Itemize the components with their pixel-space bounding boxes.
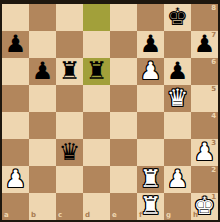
rank-coordinate-2: 2 (211, 167, 216, 174)
square-d3[interactable] (83, 139, 110, 166)
square-b4[interactable] (29, 112, 56, 139)
black-pawn[interactable]: ♟ (2, 31, 29, 58)
square-g7[interactable] (164, 31, 191, 58)
square-d7[interactable] (83, 31, 110, 58)
square-c5[interactable] (56, 85, 83, 112)
black-rook[interactable]: ♜ (56, 58, 83, 85)
square-c8[interactable] (56, 4, 83, 31)
square-f4[interactable] (137, 112, 164, 139)
white-pawn[interactable]: ♟ (164, 166, 191, 193)
file-coordinate-g: g (166, 212, 171, 219)
black-king[interactable]: ♚ (164, 4, 191, 31)
black-pawn[interactable]: ♟ (29, 58, 56, 85)
square-c7[interactable] (56, 31, 83, 58)
file-coordinate-h: h (193, 212, 198, 219)
square-c1[interactable]: c (56, 193, 83, 220)
file-coordinate-f: f (139, 212, 142, 219)
square-g4[interactable] (164, 112, 191, 139)
file-coordinate-e: e (112, 212, 117, 219)
square-h5[interactable]: 5 (191, 85, 218, 112)
square-e2[interactable] (110, 166, 137, 193)
square-h3[interactable]: ♟3 (191, 139, 218, 166)
square-b3[interactable] (29, 139, 56, 166)
square-e4[interactable] (110, 112, 137, 139)
square-b6[interactable]: ♟ (29, 58, 56, 85)
white-pawn[interactable]: ♟ (137, 58, 164, 85)
white-pawn[interactable]: ♟ (2, 166, 29, 193)
square-g1[interactable]: g (164, 193, 191, 220)
file-coordinate-c: c (58, 212, 62, 219)
black-pawn[interactable]: ♟ (137, 31, 164, 58)
square-a1[interactable]: a (2, 193, 29, 220)
square-f8[interactable] (137, 4, 164, 31)
square-f2[interactable]: ♜ (137, 166, 164, 193)
square-a2[interactable]: ♟ (2, 166, 29, 193)
square-c6[interactable]: ♜ (56, 58, 83, 85)
file-coordinate-b: b (31, 212, 36, 219)
square-g3[interactable] (164, 139, 191, 166)
square-g5[interactable]: ♛ (164, 85, 191, 112)
square-f6[interactable]: ♟ (137, 58, 164, 85)
square-d5[interactable] (83, 85, 110, 112)
square-c4[interactable] (56, 112, 83, 139)
square-b1[interactable]: b (29, 193, 56, 220)
square-c3[interactable]: ♛ (56, 139, 83, 166)
square-a3[interactable] (2, 139, 29, 166)
black-queen[interactable]: ♛ (56, 139, 83, 166)
square-h1[interactable]: ♚h1 (191, 193, 218, 220)
square-d1[interactable]: d (83, 193, 110, 220)
square-g8[interactable]: ♚ (164, 4, 191, 31)
rank-coordinate-4: 4 (211, 113, 216, 120)
square-d8[interactable] (83, 4, 110, 31)
white-rook[interactable]: ♜ (137, 166, 164, 193)
rank-coordinate-5: 5 (211, 86, 216, 93)
square-e6[interactable] (110, 58, 137, 85)
square-c2[interactable] (56, 166, 83, 193)
square-e3[interactable] (110, 139, 137, 166)
square-h7[interactable]: ♟7 (191, 31, 218, 58)
square-h2[interactable]: 2 (191, 166, 218, 193)
square-h8[interactable]: 8 (191, 4, 218, 31)
square-g2[interactable]: ♟ (164, 166, 191, 193)
square-d6[interactable]: ♜ (83, 58, 110, 85)
rank-coordinate-7: 7 (211, 32, 216, 39)
square-a8[interactable] (2, 4, 29, 31)
square-f3[interactable] (137, 139, 164, 166)
square-e8[interactable] (110, 4, 137, 31)
rank-coordinate-6: 6 (211, 59, 216, 66)
square-h4[interactable]: 4 (191, 112, 218, 139)
black-pawn[interactable]: ♟ (164, 58, 191, 85)
square-h6[interactable]: 6 (191, 58, 218, 85)
square-d2[interactable] (83, 166, 110, 193)
square-a5[interactable] (2, 85, 29, 112)
square-b2[interactable] (29, 166, 56, 193)
chess-board: ♚8♟♟♟7♟♜♜♟♟6♛54♛♟3♟♜♟2abcde♜fg♚h1 (2, 4, 218, 220)
square-a4[interactable] (2, 112, 29, 139)
square-e5[interactable] (110, 85, 137, 112)
file-coordinate-d: d (85, 212, 90, 219)
square-d4[interactable] (83, 112, 110, 139)
square-g6[interactable]: ♟ (164, 58, 191, 85)
black-rook[interactable]: ♜ (83, 58, 110, 85)
square-b8[interactable] (29, 4, 56, 31)
square-f1[interactable]: ♜f (137, 193, 164, 220)
square-e1[interactable]: e (110, 193, 137, 220)
board-frame: ♚8♟♟♟7♟♜♜♟♟6♛54♛♟3♟♜♟2abcde♜fg♚h1 (0, 0, 220, 222)
rank-coordinate-8: 8 (211, 5, 216, 12)
square-f7[interactable]: ♟ (137, 31, 164, 58)
rank-coordinate-3: 3 (211, 140, 216, 147)
file-coordinate-a: a (4, 212, 9, 219)
square-e7[interactable] (110, 31, 137, 58)
square-b5[interactable] (29, 85, 56, 112)
square-a7[interactable]: ♟ (2, 31, 29, 58)
square-f5[interactable] (137, 85, 164, 112)
square-b7[interactable] (29, 31, 56, 58)
white-queen[interactable]: ♛ (164, 85, 191, 112)
square-a6[interactable] (2, 58, 29, 85)
rank-coordinate-1: 1 (211, 194, 216, 201)
